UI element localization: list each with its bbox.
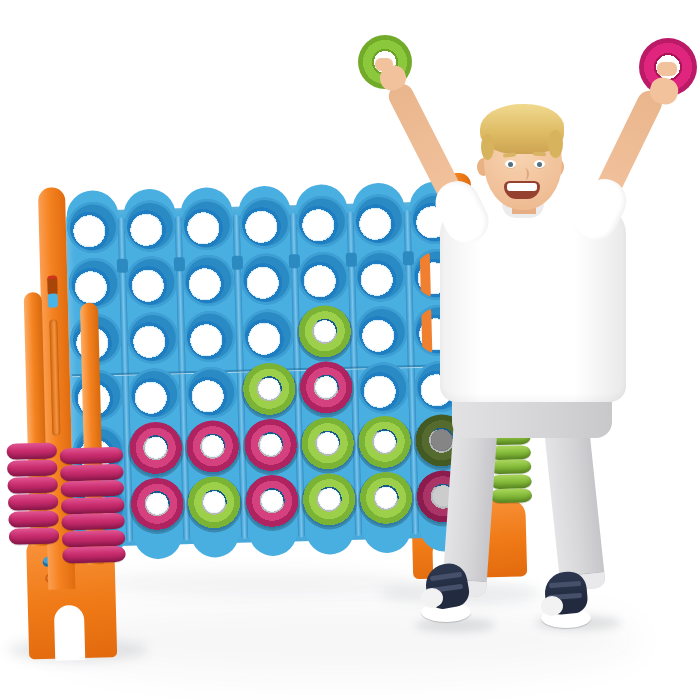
pink-storage-disc (8, 511, 58, 528)
board-cell-c4r5[interactable] (241, 418, 300, 475)
child-eye (505, 160, 516, 168)
green-disc (300, 473, 357, 530)
board-cell-c3r6[interactable] (185, 476, 244, 533)
board-cell-c3r4[interactable] (182, 364, 241, 421)
pink-disc (297, 361, 354, 418)
green-disc (240, 362, 297, 419)
green-disc (296, 305, 353, 362)
board-cell-c1r1[interactable] (64, 199, 123, 256)
pink-storage-disc (61, 496, 124, 514)
pink-storage-disc (7, 443, 57, 460)
fingers-in-pink-ring (657, 62, 677, 76)
child-hair-side (548, 130, 563, 158)
board-grid (64, 190, 473, 536)
child-nose (521, 168, 529, 180)
board-cell-c5r1[interactable] (292, 193, 351, 250)
board-cell-c2r3[interactable] (124, 309, 183, 366)
pink-storage-disc (62, 529, 125, 547)
board-cell-c3r3[interactable] (181, 308, 240, 365)
child-smile (504, 181, 540, 199)
green-disc (186, 476, 243, 533)
board-cell-c3r2[interactable] (179, 252, 238, 309)
board-cell-c6r1[interactable] (349, 191, 408, 248)
board-cell-c2r6[interactable] (128, 477, 187, 534)
board-cell-c6r3[interactable] (352, 303, 411, 360)
board-cell-c4r1[interactable] (235, 194, 294, 251)
board-cell-c6r2[interactable] (351, 247, 410, 304)
pink-disc (129, 477, 186, 534)
green-disc (356, 415, 413, 472)
pink-storage-disc (8, 494, 58, 511)
pink-storage-disc (62, 546, 125, 564)
board-cell-c5r6[interactable] (300, 473, 359, 530)
pink-storage-disc (60, 447, 123, 465)
board-cell-c5r5[interactable] (298, 417, 357, 474)
board-cell-c6r4[interactable] (354, 359, 413, 416)
child-eyebrow (533, 152, 546, 157)
left-foot-arch (54, 605, 85, 661)
board-cell-c3r5[interactable] (184, 420, 243, 477)
leg-latch-clip[interactable] (48, 293, 58, 307)
board-cell-c3r1[interactable] (178, 196, 237, 253)
rear-rod-through-hole (420, 252, 431, 298)
shoe-toe (421, 588, 443, 608)
board-cell-c2r5[interactable] (127, 421, 186, 478)
board-cell-c4r4[interactable] (240, 362, 299, 419)
pink-storage-disc (9, 528, 59, 545)
pink-disc (184, 420, 241, 477)
green-storage-disc (489, 459, 531, 474)
board-cell-c6r5[interactable] (355, 415, 414, 472)
green-storage-disc (490, 474, 532, 489)
pink-storage-disc (60, 463, 123, 481)
pink-storage-disc (61, 480, 124, 498)
board-cell-c2r1[interactable] (121, 197, 180, 254)
board-cell-c2r2[interactable] (122, 253, 181, 310)
board-cell-c4r6[interactable] (242, 474, 301, 531)
board-cell-c4r2[interactable] (237, 250, 296, 307)
board-cell-c6r6[interactable] (357, 471, 416, 528)
green-storage-disc (490, 488, 532, 503)
pink-storage-disc (61, 513, 124, 531)
pink-storage-disc (7, 460, 57, 477)
child-hair-side (481, 134, 494, 160)
green-disc (299, 417, 356, 474)
product-photo-stage: Costway (0, 0, 700, 700)
board-cell-c2r4[interactable] (125, 365, 184, 422)
child-eye (534, 160, 545, 168)
pink-disc (242, 418, 299, 475)
rear-rod-through-hole (421, 308, 432, 354)
shoe-toe (541, 596, 563, 616)
pink-disc (243, 474, 300, 531)
board-cell-c5r2[interactable] (294, 249, 353, 306)
board-cell-c5r3[interactable] (295, 305, 354, 362)
pink-storage-disc (7, 477, 57, 494)
green-disc (357, 471, 414, 528)
board-cell-c5r4[interactable] (297, 361, 356, 418)
board-cell-c4r3[interactable] (238, 306, 297, 363)
pink-disc (127, 421, 184, 478)
